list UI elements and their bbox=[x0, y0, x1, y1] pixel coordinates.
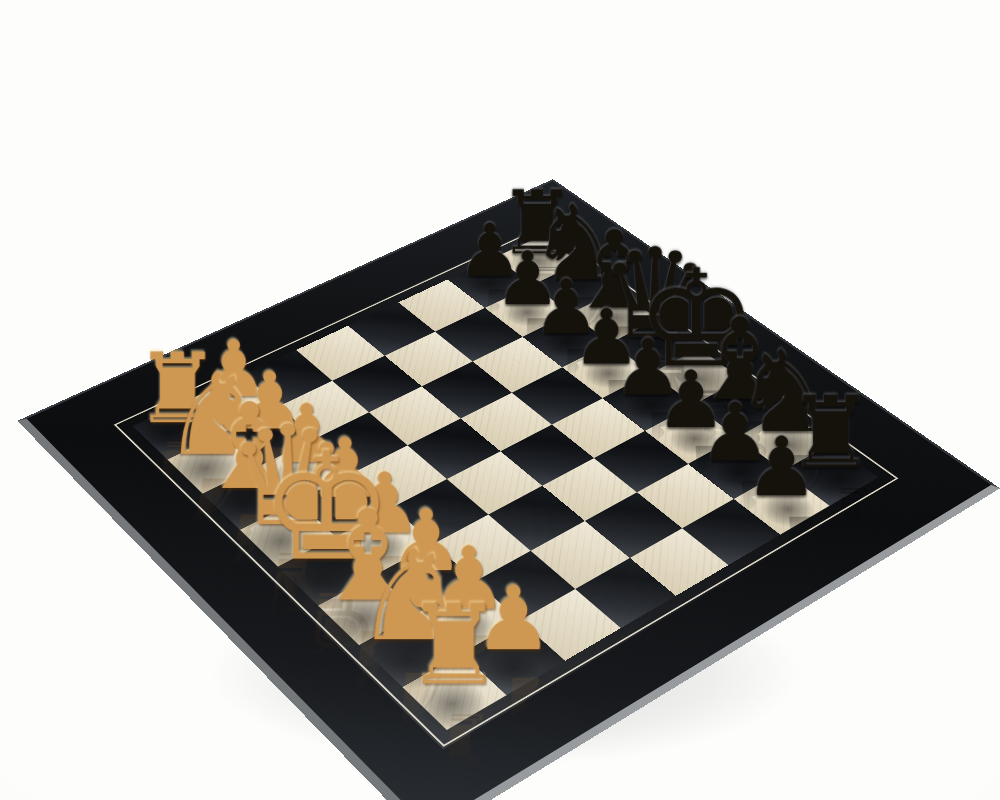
white-rook-icon: ♜ bbox=[135, 340, 222, 437]
product-photo-stage: ♜♞♝♛♚♝♞♜♟♟♟♟♟♟♟♟♟♟♟♟♟♟♟♟♜♞♝♛♚♝♞♜ ♜♞♝♛♚♝♞… bbox=[0, 0, 1000, 800]
chess-board: ♜♞♝♛♚♝♞♜♟♟♟♟♟♟♟♟♟♟♟♟♟♟♟♟♜♞♝♛♚♝♞♜ ♜♞♝♛♚♝♞… bbox=[17, 179, 1000, 800]
square-h8[interactable]: ♜ bbox=[783, 443, 878, 505]
white-queen-icon: ♛ bbox=[226, 407, 349, 544]
black-rook-icon: ♜ bbox=[498, 179, 577, 267]
black-bishop-icon: ♝ bbox=[689, 303, 790, 416]
square-h5[interactable] bbox=[630, 528, 729, 596]
square-h4[interactable] bbox=[575, 558, 676, 628]
square-c2[interactable]: ♟ bbox=[260, 439, 353, 501]
square-d3[interactable] bbox=[353, 445, 447, 507]
black-rook-icon: ♜ bbox=[786, 383, 875, 482]
scene-3d: ♜♞♝♛♚♝♞♜♟♟♟♟♟♟♟♟♟♟♟♟♟♟♟♟♜♞♝♛♚♝♞♜ ♜♞♝♛♚♝♞… bbox=[0, 0, 1000, 800]
board-grid: ♜♞♝♛♚♝♞♜♟♟♟♟♟♟♟♟♟♟♟♟♟♟♟♟♜♞♝♛♚♝♞♜ bbox=[133, 236, 879, 731]
